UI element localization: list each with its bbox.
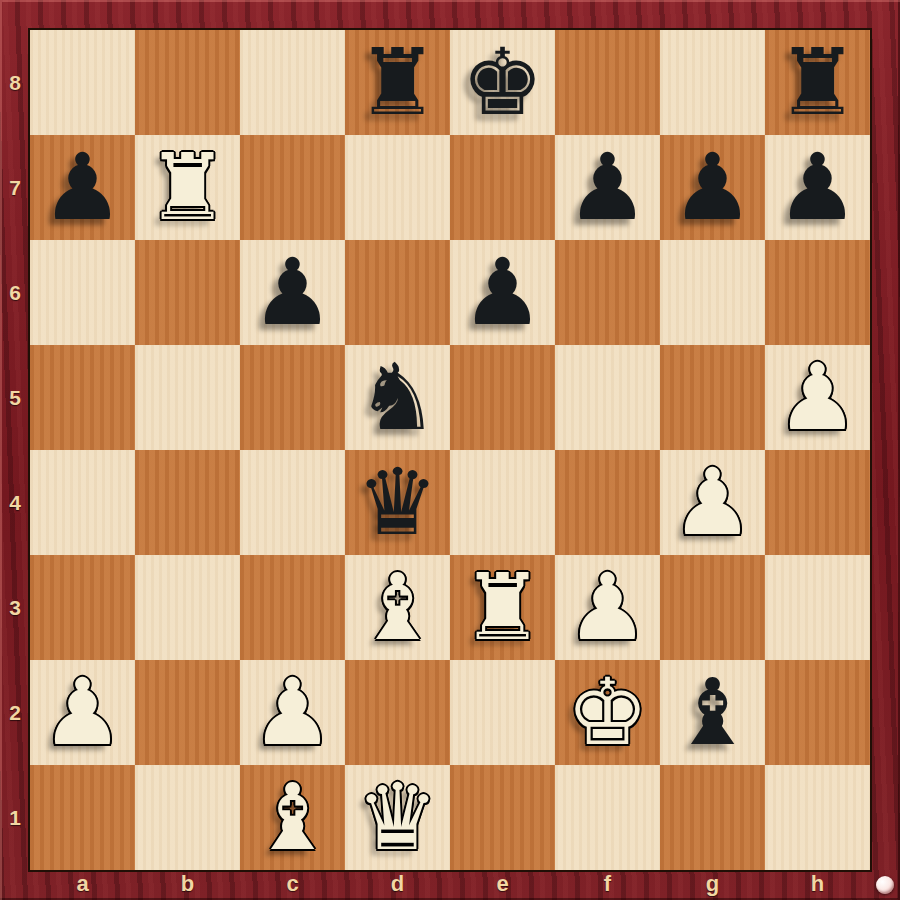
square-d4[interactable]: ♛	[345, 450, 450, 555]
square-h8[interactable]: ♜	[765, 30, 870, 135]
square-a2[interactable]: ♟	[30, 660, 135, 765]
square-b2[interactable]	[135, 660, 240, 765]
square-h5[interactable]: ♟	[765, 345, 870, 450]
square-b3[interactable]	[135, 555, 240, 660]
square-a3[interactable]	[30, 555, 135, 660]
square-a7[interactable]: ♟	[30, 135, 135, 240]
square-g1[interactable]	[660, 765, 765, 870]
file-label-f: f	[555, 868, 660, 900]
piece-black-bishop-g2[interactable]: ♝	[660, 660, 765, 765]
square-c3[interactable]	[240, 555, 345, 660]
piece-white-rook-e3[interactable]: ♜	[450, 555, 555, 660]
square-e3[interactable]: ♜	[450, 555, 555, 660]
file-label-c: c	[240, 868, 345, 900]
rank-label-4: 4	[0, 450, 30, 555]
piece-white-king-f2[interactable]: ♚	[555, 660, 660, 765]
piece-black-pawn-h7[interactable]: ♟	[765, 135, 870, 240]
file-labels: abcdefgh	[30, 868, 870, 900]
piece-white-bishop-d3[interactable]: ♝	[345, 555, 450, 660]
rank-label-6: 6	[0, 240, 30, 345]
square-b4[interactable]	[135, 450, 240, 555]
square-h3[interactable]	[765, 555, 870, 660]
file-label-h: h	[765, 868, 870, 900]
square-a8[interactable]	[30, 30, 135, 135]
square-c1[interactable]: ♝	[240, 765, 345, 870]
piece-black-king-e8[interactable]: ♚	[450, 30, 555, 135]
square-e5[interactable]	[450, 345, 555, 450]
square-b5[interactable]	[135, 345, 240, 450]
square-e2[interactable]	[450, 660, 555, 765]
piece-black-pawn-f7[interactable]: ♟	[555, 135, 660, 240]
square-d5[interactable]: ♞	[345, 345, 450, 450]
square-f8[interactable]	[555, 30, 660, 135]
square-d1[interactable]: ♛	[345, 765, 450, 870]
square-b6[interactable]	[135, 240, 240, 345]
square-e4[interactable]	[450, 450, 555, 555]
piece-black-pawn-a7[interactable]: ♟	[30, 135, 135, 240]
square-f4[interactable]	[555, 450, 660, 555]
square-h2[interactable]	[765, 660, 870, 765]
square-g6[interactable]	[660, 240, 765, 345]
piece-black-pawn-g7[interactable]: ♟	[660, 135, 765, 240]
piece-black-pawn-e6[interactable]: ♟	[450, 240, 555, 345]
square-b1[interactable]	[135, 765, 240, 870]
square-c7[interactable]	[240, 135, 345, 240]
piece-white-rook-b7[interactable]: ♜	[135, 135, 240, 240]
piece-white-pawn-f3[interactable]: ♟	[555, 555, 660, 660]
board-frame: ♜♚♜♟♜♟♟♟♟♟♞♟♛♟♝♜♟♟♟♚♝♝♛ 87654321 abcdefg…	[0, 0, 900, 900]
piece-white-queen-d1[interactable]: ♛	[345, 765, 450, 870]
square-g8[interactable]	[660, 30, 765, 135]
square-d2[interactable]	[345, 660, 450, 765]
piece-white-pawn-h5[interactable]: ♟	[765, 345, 870, 450]
square-f2[interactable]: ♚	[555, 660, 660, 765]
rank-labels: 87654321	[0, 30, 30, 870]
rank-label-5: 5	[0, 345, 30, 450]
piece-black-pawn-c6[interactable]: ♟	[240, 240, 345, 345]
square-c5[interactable]	[240, 345, 345, 450]
square-c6[interactable]: ♟	[240, 240, 345, 345]
piece-white-bishop-c1[interactable]: ♝	[240, 765, 345, 870]
square-d6[interactable]	[345, 240, 450, 345]
square-e1[interactable]	[450, 765, 555, 870]
piece-black-knight-d5[interactable]: ♞	[345, 345, 450, 450]
piece-white-pawn-c2[interactable]: ♟	[240, 660, 345, 765]
rank-label-8: 8	[0, 30, 30, 135]
side-to-move-indicator	[876, 876, 894, 894]
square-h6[interactable]	[765, 240, 870, 345]
square-c4[interactable]	[240, 450, 345, 555]
rank-label-2: 2	[0, 660, 30, 765]
square-f5[interactable]	[555, 345, 660, 450]
square-a1[interactable]	[30, 765, 135, 870]
square-h7[interactable]: ♟	[765, 135, 870, 240]
file-label-a: a	[30, 868, 135, 900]
square-f6[interactable]	[555, 240, 660, 345]
piece-black-queen-d4[interactable]: ♛	[345, 450, 450, 555]
rank-label-1: 1	[0, 765, 30, 870]
square-h1[interactable]	[765, 765, 870, 870]
chess-board: ♜♚♜♟♜♟♟♟♟♟♞♟♛♟♝♜♟♟♟♚♝♝♛	[30, 30, 870, 870]
square-d8[interactable]: ♜	[345, 30, 450, 135]
square-f7[interactable]: ♟	[555, 135, 660, 240]
square-e8[interactable]: ♚	[450, 30, 555, 135]
square-g3[interactable]	[660, 555, 765, 660]
square-e6[interactable]: ♟	[450, 240, 555, 345]
square-h4[interactable]	[765, 450, 870, 555]
square-g2[interactable]: ♝	[660, 660, 765, 765]
square-f3[interactable]: ♟	[555, 555, 660, 660]
square-g4[interactable]: ♟	[660, 450, 765, 555]
square-c2[interactable]: ♟	[240, 660, 345, 765]
rank-label-3: 3	[0, 555, 30, 660]
square-b7[interactable]: ♜	[135, 135, 240, 240]
rank-label-7: 7	[0, 135, 30, 240]
square-a5[interactable]	[30, 345, 135, 450]
square-f1[interactable]	[555, 765, 660, 870]
square-d3[interactable]: ♝	[345, 555, 450, 660]
piece-black-rook-h8[interactable]: ♜	[765, 30, 870, 135]
piece-black-rook-d8[interactable]: ♜	[345, 30, 450, 135]
piece-white-pawn-a2[interactable]: ♟	[30, 660, 135, 765]
square-b8[interactable]	[135, 30, 240, 135]
square-a4[interactable]	[30, 450, 135, 555]
square-d7[interactable]	[345, 135, 450, 240]
file-label-b: b	[135, 868, 240, 900]
file-label-g: g	[660, 868, 765, 900]
square-g7[interactable]: ♟	[660, 135, 765, 240]
file-label-d: d	[345, 868, 450, 900]
square-e7[interactable]	[450, 135, 555, 240]
file-label-e: e	[450, 868, 555, 900]
square-c8[interactable]	[240, 30, 345, 135]
piece-white-pawn-g4[interactable]: ♟	[660, 450, 765, 555]
square-g5[interactable]	[660, 345, 765, 450]
square-a6[interactable]	[30, 240, 135, 345]
